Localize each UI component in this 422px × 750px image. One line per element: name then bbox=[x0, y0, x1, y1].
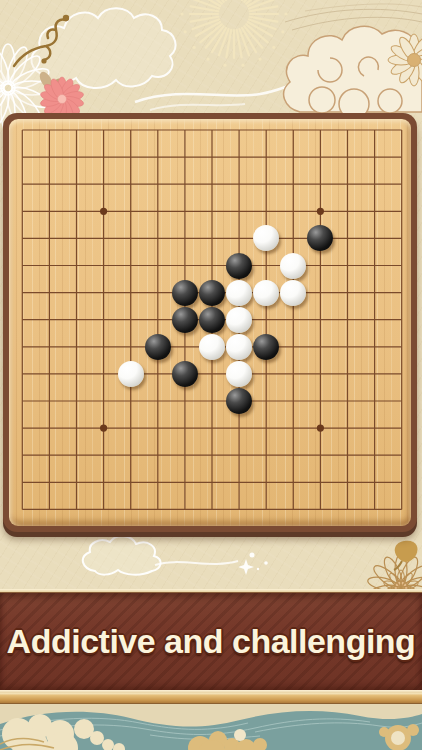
decor-middle bbox=[0, 535, 422, 592]
firework-burst-icon bbox=[180, 0, 287, 67]
stone-white: ○ bbox=[226, 280, 252, 306]
stone-white: ○ bbox=[226, 307, 252, 333]
stone-white: ○ bbox=[280, 253, 306, 279]
stone-white: ○ bbox=[226, 334, 252, 360]
banner-text: Addictive and challenging bbox=[7, 622, 416, 661]
stone-white: ○ bbox=[280, 280, 306, 306]
stone-black: ● bbox=[172, 280, 198, 306]
app-screenshot: ○●●○●●○○○●●○●○○●○●○● Addictive and chall… bbox=[0, 0, 422, 750]
stone-black: ● bbox=[226, 253, 252, 279]
waves-background bbox=[0, 704, 422, 750]
banner-body: Addictive and challenging bbox=[0, 593, 422, 690]
banner-gold-bar bbox=[0, 693, 422, 704]
sparkle-icon bbox=[238, 553, 268, 576]
game-board[interactable]: ○●●○●●○○○●●○●○○●○●○● bbox=[3, 113, 417, 532]
gold-leaf-icon bbox=[394, 541, 418, 570]
promo-banner: Addictive and challenging bbox=[0, 589, 422, 704]
waves-decoration bbox=[0, 704, 422, 750]
waves-icon bbox=[0, 711, 422, 750]
arc-lines-icon bbox=[285, 4, 422, 30]
stones-layer: ○●●○●●○○○●●○●○○●○●○● bbox=[3, 113, 417, 532]
white-cloud-icon bbox=[31, 8, 322, 110]
stone-white: ○ bbox=[118, 361, 144, 387]
cream-cloud-icon bbox=[284, 26, 422, 119]
stone-black: ● bbox=[145, 334, 171, 360]
stone-black: ● bbox=[172, 307, 198, 333]
gold-chrysanthemum-icon bbox=[367, 554, 422, 592]
stone-black: ● bbox=[307, 225, 333, 251]
stone-white: ○ bbox=[199, 334, 225, 360]
stone-black: ● bbox=[226, 388, 252, 414]
stone-white: ○ bbox=[253, 225, 279, 251]
branch-icon bbox=[14, 15, 69, 93]
stone-black: ● bbox=[199, 280, 225, 306]
stone-white: ○ bbox=[253, 280, 279, 306]
stone-white: ○ bbox=[226, 361, 252, 387]
cream-chrysanthemum-icon bbox=[388, 34, 422, 86]
stone-black: ● bbox=[199, 307, 225, 333]
stone-black: ● bbox=[253, 334, 279, 360]
stone-black: ● bbox=[172, 361, 198, 387]
white-cloud-outline-icon bbox=[83, 536, 238, 575]
